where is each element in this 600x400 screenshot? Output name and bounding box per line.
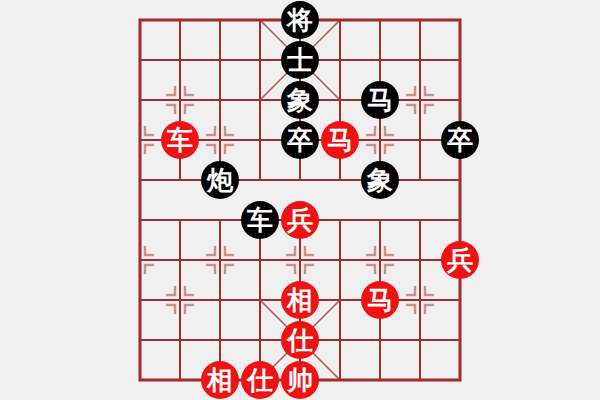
xiangqi-board[interactable]: 将士象马车卒马卒炮象车兵兵相马仕相仕帅 <box>140 20 460 380</box>
piece-red-advisor[interactable]: 仕 <box>241 361 279 399</box>
piece-black-horse[interactable]: 马 <box>361 81 399 119</box>
piece-black-chariot[interactable]: 车 <box>241 201 279 239</box>
piece-black-cannon[interactable]: 炮 <box>201 161 239 199</box>
piece-red-soldier[interactable]: 兵 <box>441 241 479 279</box>
piece-red-horse[interactable]: 马 <box>321 121 359 159</box>
piece-black-elephant[interactable]: 象 <box>361 161 399 199</box>
piece-black-advisor[interactable]: 士 <box>281 41 319 79</box>
piece-red-advisor[interactable]: 仕 <box>281 321 319 359</box>
piece-red-elephant[interactable]: 相 <box>201 361 239 399</box>
piece-black-general[interactable]: 将 <box>281 1 319 39</box>
piece-red-elephant[interactable]: 相 <box>281 281 319 319</box>
piece-black-elephant[interactable]: 象 <box>281 81 319 119</box>
piece-red-general[interactable]: 帅 <box>281 361 319 399</box>
piece-red-horse[interactable]: 马 <box>361 281 399 319</box>
xiangqi-app: 将士象马车卒马卒炮象车兵兵相马仕相仕帅 <box>0 0 600 400</box>
piece-black-soldier[interactable]: 卒 <box>441 121 479 159</box>
piece-black-soldier[interactable]: 卒 <box>281 121 319 159</box>
piece-red-chariot[interactable]: 车 <box>161 121 199 159</box>
piece-red-soldier[interactable]: 兵 <box>281 201 319 239</box>
